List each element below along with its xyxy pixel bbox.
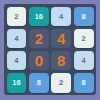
tile-4: 4 [7, 29, 27, 49]
tile-value: 2 [59, 79, 63, 87]
tile-value: 8 [37, 79, 41, 87]
center-cell-8: 8 [51, 51, 71, 71]
tile-16: 16 [7, 73, 27, 93]
tile-value: 16 [35, 13, 43, 21]
tile-value: 8 [81, 79, 85, 87]
tile-value: 2 [35, 31, 43, 46]
tile-value: 4 [59, 13, 63, 21]
tile-value: 2 [14, 13, 18, 21]
tile-2: 2 [7, 7, 27, 27]
tile-8: 8 [29, 73, 49, 93]
tile-2: 2 [51, 73, 71, 93]
tile-value: 4 [14, 35, 18, 43]
game-board-2048[interactable]: 216484242408416828 [4, 4, 96, 95]
center-cell-4: 4 [51, 29, 71, 49]
app-background: 216484242408416828 [0, 0, 100, 100]
tile-value: 4 [81, 57, 85, 65]
tile-value: 2 [81, 35, 85, 43]
tile-value: 4 [57, 31, 65, 46]
tile-8: 8 [74, 7, 94, 27]
center-cell-2: 2 [29, 29, 49, 49]
tile-8: 8 [74, 73, 94, 93]
tile-4: 4 [74, 51, 94, 71]
tile-4: 4 [7, 51, 27, 71]
tile-value: 8 [57, 53, 65, 68]
tile-value: 16 [12, 79, 20, 87]
tile-4: 4 [51, 7, 71, 27]
center-cell-0: 0 [29, 51, 49, 71]
tile-value: 4 [14, 57, 18, 65]
tile-value: 8 [81, 13, 85, 21]
tile-2: 2 [74, 29, 94, 49]
tile-value: 0 [35, 53, 43, 68]
tile-16: 16 [29, 7, 49, 27]
